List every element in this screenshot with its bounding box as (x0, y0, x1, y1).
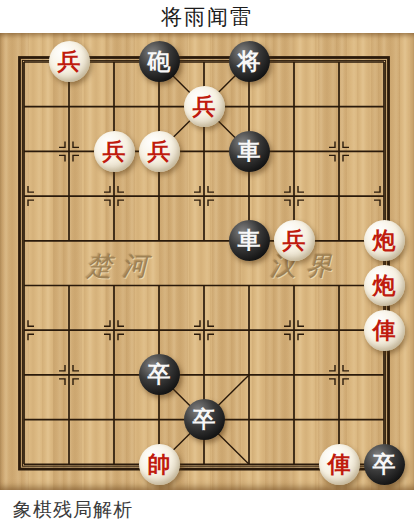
board-cell: 兵 (92, 129, 137, 174)
piece-grid: 兵砲将兵兵兵車車兵炮炮俥卒卒帥俥卒 (2, 40, 407, 487)
board-cell: 卒 (137, 352, 182, 397)
board-cell: 俥 (362, 308, 407, 353)
red-chariot[interactable]: 俥 (364, 310, 405, 351)
board-cell: 将 (227, 40, 272, 85)
footer: 象棋残局解析 (0, 490, 414, 530)
red-soldier[interactable]: 兵 (139, 131, 180, 172)
red-soldier[interactable]: 兵 (184, 86, 225, 127)
xiangqi-board[interactable]: 楚河 汉界 兵砲将兵兵兵車車兵炮炮俥卒卒帥俥卒 (0, 33, 414, 490)
board-cell: 兵 (137, 129, 182, 174)
red-general[interactable]: 帥 (139, 444, 180, 485)
red-soldier[interactable]: 兵 (49, 41, 90, 82)
board-cell: 卒 (182, 397, 227, 442)
board-cell: 兵 (47, 40, 92, 85)
board-cell: 炮 (362, 218, 407, 263)
red-soldier[interactable]: 兵 (274, 220, 315, 261)
black-general[interactable]: 将 (229, 41, 270, 82)
red-cannon[interactable]: 炮 (364, 220, 405, 261)
black-soldier[interactable]: 卒 (184, 399, 225, 440)
black-chariot[interactable]: 車 (229, 220, 270, 261)
black-chariot[interactable]: 車 (229, 131, 270, 172)
board-cell: 車 (227, 129, 272, 174)
black-soldier[interactable]: 卒 (364, 444, 405, 485)
board-cell: 兵 (182, 84, 227, 129)
puzzle-title: 将雨闻雷 (161, 3, 253, 31)
red-soldier[interactable]: 兵 (94, 131, 135, 172)
caption-text: 象棋残局解析 (13, 497, 133, 523)
board-cell: 卒 (362, 442, 407, 487)
board-cell: 車 (227, 218, 272, 263)
board-cell: 炮 (362, 263, 407, 308)
black-soldier[interactable]: 卒 (139, 354, 180, 395)
board-cell: 帥 (137, 442, 182, 487)
black-cannon[interactable]: 砲 (139, 41, 180, 82)
header: 将雨闻雷 (0, 0, 414, 33)
board-cell: 兵 (272, 218, 317, 263)
board-cell: 砲 (137, 40, 182, 85)
red-chariot[interactable]: 俥 (319, 444, 360, 485)
red-cannon[interactable]: 炮 (364, 265, 405, 306)
board-cell: 俥 (317, 442, 362, 487)
xiangqi-diagram-page: 将雨闻雷 楚河 汉界 兵砲将兵兵兵車車兵炮炮俥卒卒帥俥卒 象棋残局解析 (0, 0, 414, 530)
